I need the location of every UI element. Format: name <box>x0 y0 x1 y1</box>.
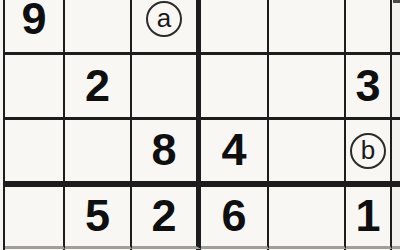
cell-r2c1 <box>5 55 65 120</box>
sudoku-board: 9a2384b5261 <box>3 0 400 250</box>
cell-r1c3: a <box>132 0 201 55</box>
cell-r1c2 <box>65 0 132 55</box>
cell-r4c7 <box>392 187 400 249</box>
given-digit: 2 <box>151 193 176 238</box>
cell-r2c2: 2 <box>65 55 132 120</box>
cell-r3c2 <box>65 120 132 187</box>
given-digit: 5 <box>85 193 110 238</box>
page-edge-smudge <box>393 0 400 3</box>
cell-r1c4 <box>201 0 269 55</box>
cell-r3c4: 4 <box>201 120 269 187</box>
cell-r2c7 <box>392 55 400 120</box>
given-digit: 9 <box>21 0 46 41</box>
cell-r4c3: 2 <box>132 187 201 249</box>
cell-r3c6: b <box>346 120 392 187</box>
circled-letter-b: b <box>350 133 386 169</box>
cell-r1c6 <box>346 0 392 55</box>
cell-r3c3: 8 <box>132 120 201 187</box>
circled-letter-a: a <box>146 1 182 37</box>
cell-r2c5 <box>269 55 346 120</box>
cell-r4c5 <box>269 187 346 249</box>
cell-r1c1: 9 <box>5 0 65 55</box>
given-digit: 4 <box>221 127 246 172</box>
given-digit: 6 <box>221 193 246 238</box>
cell-r3c7 <box>392 120 400 187</box>
cell-r3c5 <box>269 120 346 187</box>
cell-r1c7 <box>392 0 400 55</box>
cell-r4c4: 6 <box>201 187 269 249</box>
cell-r2c4 <box>201 55 269 120</box>
cell-r2c3 <box>132 55 201 120</box>
cell-r2c6: 3 <box>346 55 392 120</box>
given-digit: 8 <box>151 127 176 172</box>
cell-r3c1 <box>5 120 65 187</box>
cell-r4c6: 1 <box>346 187 392 249</box>
cell-r4c1 <box>5 187 65 249</box>
given-digit: 1 <box>355 193 380 238</box>
sudoku-photo-crop: 9a2384b5261 <box>0 0 400 250</box>
given-digit: 3 <box>355 63 380 108</box>
cell-r1c5 <box>269 0 346 55</box>
cell-r4c2: 5 <box>65 187 132 249</box>
given-digit: 2 <box>85 63 110 108</box>
